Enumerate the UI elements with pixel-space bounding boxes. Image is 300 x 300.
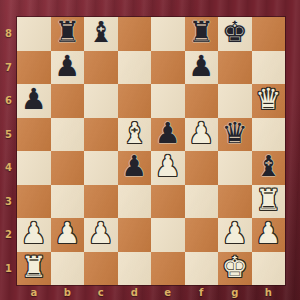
piece-white-pawn[interactable]: ♟	[155, 152, 181, 181]
square-h3[interactable]: ♜	[252, 185, 286, 219]
square-a5[interactable]	[17, 118, 51, 152]
square-f3[interactable]	[185, 185, 219, 219]
piece-black-pawn[interactable]: ♟	[21, 85, 47, 114]
square-c6[interactable]	[84, 84, 118, 118]
piece-black-bishop[interactable]: ♝	[255, 152, 281, 181]
square-f2[interactable]	[185, 218, 219, 252]
file-label-h: h	[252, 285, 286, 300]
square-g7[interactable]	[218, 51, 252, 85]
square-e6[interactable]	[151, 84, 185, 118]
rank-label-3: 3	[0, 185, 17, 219]
rank-label-7: 7	[0, 51, 17, 85]
rank-label-5: 5	[0, 118, 17, 152]
square-c3[interactable]	[84, 185, 118, 219]
piece-black-pawn[interactable]: ♟	[121, 152, 147, 181]
chess-board-frame: 87654321 abcdefgh ♜♝♜♚♟♟♟♛♝♟♟♛♟♟♝♜♟♟♟♟♟♜…	[0, 0, 300, 300]
rank-label-2: 2	[0, 218, 17, 252]
rank-label-4: 4	[0, 151, 17, 185]
piece-white-pawn[interactable]: ♟	[188, 119, 214, 148]
square-h7[interactable]	[252, 51, 286, 85]
piece-black-king[interactable]: ♚	[222, 18, 248, 47]
square-f7[interactable]: ♟	[185, 51, 219, 85]
square-e3[interactable]	[151, 185, 185, 219]
file-label-a: a	[17, 285, 51, 300]
square-d7[interactable]	[118, 51, 152, 85]
square-f4[interactable]	[185, 151, 219, 185]
piece-white-pawn[interactable]: ♟	[88, 219, 114, 248]
square-h6[interactable]: ♛	[252, 84, 286, 118]
piece-white-queen[interactable]: ♛	[255, 85, 281, 114]
square-h8[interactable]	[252, 17, 286, 51]
piece-white-pawn[interactable]: ♟	[255, 219, 281, 248]
square-b5[interactable]	[51, 118, 85, 152]
square-d5[interactable]: ♝	[118, 118, 152, 152]
piece-black-pawn[interactable]: ♟	[155, 119, 181, 148]
square-b7[interactable]: ♟	[51, 51, 85, 85]
square-d6[interactable]	[118, 84, 152, 118]
square-f8[interactable]: ♜	[185, 17, 219, 51]
piece-black-pawn[interactable]: ♟	[188, 52, 214, 81]
square-e5[interactable]: ♟	[151, 118, 185, 152]
file-label-d: d	[118, 285, 152, 300]
square-a1[interactable]: ♜	[17, 252, 51, 286]
file-label-b: b	[51, 285, 85, 300]
square-h1[interactable]	[252, 252, 286, 286]
piece-black-queen[interactable]: ♛	[222, 119, 248, 148]
square-e1[interactable]	[151, 252, 185, 286]
chess-board: ♜♝♜♚♟♟♟♛♝♟♟♛♟♟♝♜♟♟♟♟♟♜♚	[17, 17, 285, 285]
square-d2[interactable]	[118, 218, 152, 252]
piece-white-pawn[interactable]: ♟	[21, 219, 47, 248]
square-c2[interactable]: ♟	[84, 218, 118, 252]
piece-white-pawn[interactable]: ♟	[222, 219, 248, 248]
square-a6[interactable]: ♟	[17, 84, 51, 118]
square-d8[interactable]	[118, 17, 152, 51]
square-e2[interactable]	[151, 218, 185, 252]
file-label-g: g	[218, 285, 252, 300]
square-f1[interactable]	[185, 252, 219, 286]
square-b8[interactable]: ♜	[51, 17, 85, 51]
file-labels: abcdefgh	[17, 285, 285, 300]
piece-white-bishop[interactable]: ♝	[121, 119, 147, 148]
piece-white-rook[interactable]: ♜	[255, 186, 281, 215]
square-g5[interactable]: ♛	[218, 118, 252, 152]
square-e4[interactable]: ♟	[151, 151, 185, 185]
square-a4[interactable]	[17, 151, 51, 185]
square-a3[interactable]	[17, 185, 51, 219]
square-g2[interactable]: ♟	[218, 218, 252, 252]
piece-white-rook[interactable]: ♜	[21, 253, 47, 282]
square-h4[interactable]: ♝	[252, 151, 286, 185]
square-g4[interactable]	[218, 151, 252, 185]
square-a2[interactable]: ♟	[17, 218, 51, 252]
piece-white-king[interactable]: ♚	[222, 253, 248, 282]
square-e8[interactable]	[151, 17, 185, 51]
piece-black-rook[interactable]: ♜	[54, 18, 80, 47]
square-b4[interactable]	[51, 151, 85, 185]
square-c8[interactable]: ♝	[84, 17, 118, 51]
square-f6[interactable]	[185, 84, 219, 118]
square-f5[interactable]: ♟	[185, 118, 219, 152]
square-d3[interactable]	[118, 185, 152, 219]
square-a8[interactable]	[17, 17, 51, 51]
rank-label-6: 6	[0, 84, 17, 118]
square-e7[interactable]	[151, 51, 185, 85]
file-label-c: c	[84, 285, 118, 300]
square-c7[interactable]	[84, 51, 118, 85]
square-b6[interactable]	[51, 84, 85, 118]
square-h5[interactable]	[252, 118, 286, 152]
square-c1[interactable]	[84, 252, 118, 286]
rank-label-8: 8	[0, 17, 17, 51]
piece-black-bishop[interactable]: ♝	[88, 18, 114, 47]
square-c4[interactable]	[84, 151, 118, 185]
square-c5[interactable]	[84, 118, 118, 152]
square-g6[interactable]	[218, 84, 252, 118]
square-d1[interactable]	[118, 252, 152, 286]
square-a7[interactable]	[17, 51, 51, 85]
piece-black-rook[interactable]: ♜	[188, 18, 214, 47]
square-h2[interactable]: ♟	[252, 218, 286, 252]
square-b3[interactable]	[51, 185, 85, 219]
file-label-f: f	[185, 285, 219, 300]
square-d4[interactable]: ♟	[118, 151, 152, 185]
rank-labels: 87654321	[0, 17, 17, 285]
file-label-e: e	[151, 285, 185, 300]
square-g3[interactable]	[218, 185, 252, 219]
square-b1[interactable]	[51, 252, 85, 286]
square-g8[interactable]: ♚	[218, 17, 252, 51]
square-b2[interactable]: ♟	[51, 218, 85, 252]
square-g1[interactable]: ♚	[218, 252, 252, 286]
piece-black-pawn[interactable]: ♟	[54, 52, 80, 81]
piece-white-pawn[interactable]: ♟	[54, 219, 80, 248]
rank-label-1: 1	[0, 252, 17, 286]
